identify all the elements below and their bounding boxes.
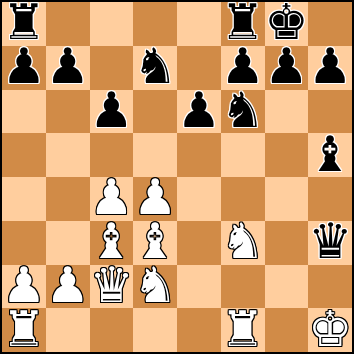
square-g7[interactable]: ♟ <box>265 46 309 90</box>
square-c2[interactable]: ♛ <box>90 265 134 309</box>
square-d4[interactable]: ♟ <box>133 177 177 221</box>
square-b2[interactable]: ♟ <box>46 265 90 309</box>
piece-black-rook[interactable]: ♜ <box>221 2 265 46</box>
square-f4[interactable] <box>221 177 265 221</box>
square-c5[interactable] <box>90 133 134 177</box>
square-a6[interactable] <box>2 90 46 134</box>
piece-white-king[interactable]: ♚ <box>308 308 352 352</box>
square-b3[interactable] <box>46 221 90 265</box>
chess-board-grid: ♜♜♚♟♟♞♟♟♟♟♟♞♝♟♟♝♝♞♛♟♟♛♞♜♜♚ <box>2 2 352 352</box>
square-e3[interactable] <box>177 221 221 265</box>
square-c6[interactable]: ♟ <box>90 90 134 134</box>
piece-white-rook[interactable]: ♜ <box>221 308 265 352</box>
square-h7[interactable]: ♟ <box>308 46 352 90</box>
square-h6[interactable] <box>308 90 352 134</box>
square-a3[interactable] <box>2 221 46 265</box>
piece-black-pawn[interactable]: ♟ <box>2 46 46 90</box>
square-e1[interactable] <box>177 308 221 352</box>
square-c4[interactable]: ♟ <box>90 177 134 221</box>
piece-white-pawn[interactable]: ♟ <box>46 265 90 309</box>
piece-black-bishop[interactable]: ♝ <box>308 133 352 177</box>
piece-black-pawn[interactable]: ♟ <box>221 46 265 90</box>
square-g5[interactable] <box>265 133 309 177</box>
square-b4[interactable] <box>46 177 90 221</box>
square-d8[interactable] <box>133 2 177 46</box>
square-b1[interactable] <box>46 308 90 352</box>
piece-black-knight[interactable]: ♞ <box>221 90 265 134</box>
piece-white-queen[interactable]: ♛ <box>90 265 134 309</box>
chess-board: ♜♜♚♟♟♞♟♟♟♟♟♞♝♟♟♝♝♞♛♟♟♛♞♜♜♚ <box>0 0 354 354</box>
piece-white-rook[interactable]: ♜ <box>2 308 46 352</box>
square-a8[interactable]: ♜ <box>2 2 46 46</box>
square-a5[interactable] <box>2 133 46 177</box>
square-h1[interactable]: ♚ <box>308 308 352 352</box>
piece-black-king[interactable]: ♚ <box>265 2 309 46</box>
square-e2[interactable] <box>177 265 221 309</box>
square-h8[interactable] <box>308 2 352 46</box>
square-a1[interactable]: ♜ <box>2 308 46 352</box>
square-d7[interactable]: ♞ <box>133 46 177 90</box>
square-b6[interactable] <box>46 90 90 134</box>
piece-white-pawn[interactable]: ♟ <box>90 177 134 221</box>
square-d1[interactable] <box>133 308 177 352</box>
square-g3[interactable] <box>265 221 309 265</box>
square-h3[interactable]: ♛ <box>308 221 352 265</box>
square-e8[interactable] <box>177 2 221 46</box>
piece-black-pawn[interactable]: ♟ <box>177 90 221 134</box>
square-e5[interactable] <box>177 133 221 177</box>
square-h2[interactable] <box>308 265 352 309</box>
piece-black-knight[interactable]: ♞ <box>133 46 177 90</box>
square-g4[interactable] <box>265 177 309 221</box>
square-c7[interactable] <box>90 46 134 90</box>
square-d5[interactable] <box>133 133 177 177</box>
square-f8[interactable]: ♜ <box>221 2 265 46</box>
piece-white-knight[interactable]: ♞ <box>133 265 177 309</box>
piece-black-queen[interactable]: ♛ <box>308 221 352 265</box>
piece-black-pawn[interactable]: ♟ <box>90 90 134 134</box>
piece-white-knight[interactable]: ♞ <box>221 221 265 265</box>
square-f3[interactable]: ♞ <box>221 221 265 265</box>
square-c8[interactable] <box>90 2 134 46</box>
square-f1[interactable]: ♜ <box>221 308 265 352</box>
square-b7[interactable]: ♟ <box>46 46 90 90</box>
square-g8[interactable]: ♚ <box>265 2 309 46</box>
square-d3[interactable]: ♝ <box>133 221 177 265</box>
piece-white-bishop[interactable]: ♝ <box>133 221 177 265</box>
square-b8[interactable] <box>46 2 90 46</box>
square-b5[interactable] <box>46 133 90 177</box>
square-e6[interactable]: ♟ <box>177 90 221 134</box>
square-d6[interactable] <box>133 90 177 134</box>
square-e4[interactable] <box>177 177 221 221</box>
piece-black-pawn[interactable]: ♟ <box>265 46 309 90</box>
square-c1[interactable] <box>90 308 134 352</box>
square-d2[interactable]: ♞ <box>133 265 177 309</box>
square-g2[interactable] <box>265 265 309 309</box>
piece-white-bishop[interactable]: ♝ <box>90 221 134 265</box>
piece-black-pawn[interactable]: ♟ <box>46 46 90 90</box>
square-e7[interactable] <box>177 46 221 90</box>
square-c3[interactable]: ♝ <box>90 221 134 265</box>
piece-white-pawn[interactable]: ♟ <box>133 177 177 221</box>
piece-white-pawn[interactable]: ♟ <box>2 265 46 309</box>
square-g1[interactable] <box>265 308 309 352</box>
square-h4[interactable] <box>308 177 352 221</box>
square-g6[interactable] <box>265 90 309 134</box>
piece-black-rook[interactable]: ♜ <box>2 2 46 46</box>
square-h5[interactable]: ♝ <box>308 133 352 177</box>
square-a4[interactable] <box>2 177 46 221</box>
square-f2[interactable] <box>221 265 265 309</box>
square-f5[interactable] <box>221 133 265 177</box>
piece-black-pawn[interactable]: ♟ <box>308 46 352 90</box>
square-f7[interactable]: ♟ <box>221 46 265 90</box>
square-f6[interactable]: ♞ <box>221 90 265 134</box>
square-a7[interactable]: ♟ <box>2 46 46 90</box>
square-a2[interactable]: ♟ <box>2 265 46 309</box>
